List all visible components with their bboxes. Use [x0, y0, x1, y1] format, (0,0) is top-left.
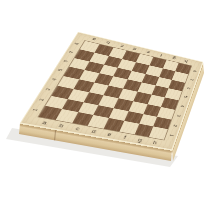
rank-label-right-4: 4 — [174, 101, 190, 111]
rank-label-right-6: 6 — [181, 83, 196, 93]
rank-label-right-8: 8 — [187, 66, 202, 75]
rank-label-right-3: 3 — [170, 110, 186, 120]
product-photo-scene: abcdefgh8877665544332211abcdefgh — [0, 0, 220, 220]
rank-label-right-7: 7 — [184, 75, 199, 84]
rank-label-right-2: 2 — [166, 120, 183, 130]
folding-hinge-seam — [54, 130, 56, 140]
rank-label-right-5: 5 — [177, 92, 193, 102]
